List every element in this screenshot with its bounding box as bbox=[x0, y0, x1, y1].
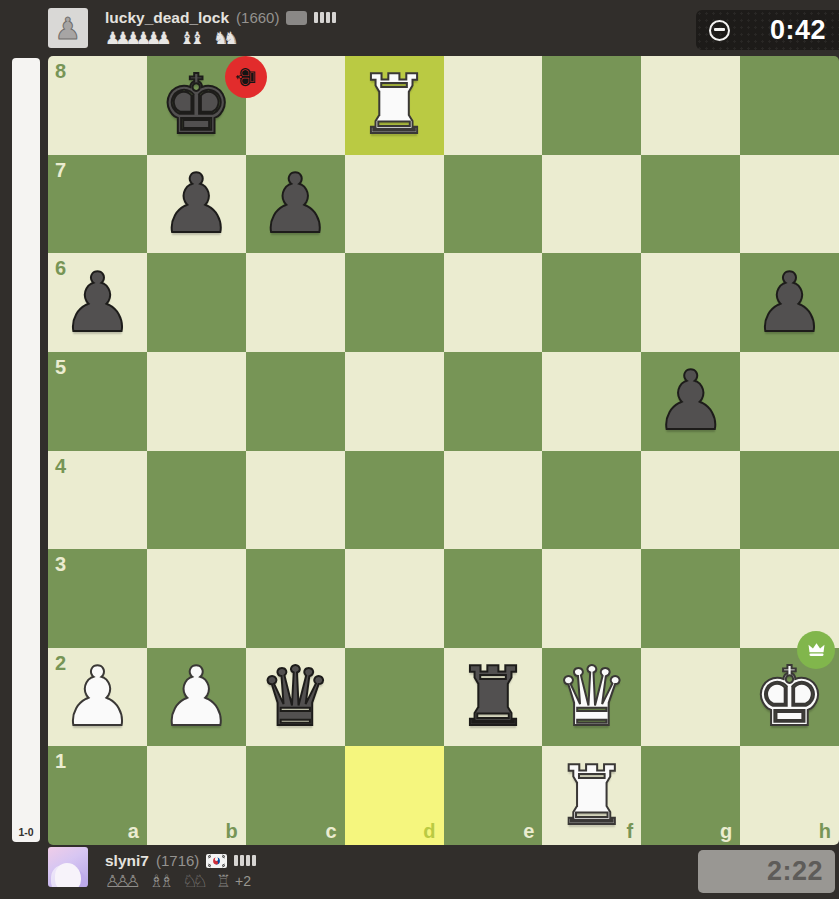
avatar-art bbox=[55, 863, 81, 887]
square-e3[interactable] bbox=[444, 549, 543, 648]
bottom-player-name[interactable]: slyni7 bbox=[105, 852, 149, 870]
square-d7[interactable] bbox=[345, 155, 444, 254]
square-d3[interactable] bbox=[345, 549, 444, 648]
square-e5[interactable] bbox=[444, 352, 543, 451]
file-label-c: c bbox=[326, 821, 337, 841]
square-b8[interactable]: ♚♚ bbox=[147, 56, 246, 155]
square-h8[interactable] bbox=[740, 56, 839, 155]
square-c1[interactable]: c bbox=[246, 746, 345, 845]
square-f2[interactable]: ♛ bbox=[542, 648, 641, 747]
chess-board: 8♚♚♜7♟♟6♟♟5♟432♟♟♛♜♛♚1abcdef♜gh bbox=[48, 56, 839, 845]
eval-score: 1-0 bbox=[12, 826, 40, 838]
square-e2[interactable]: ♜ bbox=[444, 648, 543, 747]
piece-black-rook-e2[interactable]: ♜ bbox=[444, 648, 543, 747]
square-a2[interactable]: 2♟ bbox=[48, 648, 147, 747]
top-player-info: lucky_dead_lock (1660) ♟♟♟♟♟♟ ♝♝ ♞♞ bbox=[105, 8, 336, 48]
captured-white-knights: ♞♞ bbox=[213, 30, 233, 47]
bottom-player-bar: slyni7 (1716) ♙♙♙ ♗♗ bbox=[0, 845, 839, 899]
top-captured-pieces: ♟♟♟♟♟♟ ♝♝ ♞♞ bbox=[105, 28, 336, 48]
captured-white-bishops: ♝♝ bbox=[179, 30, 199, 47]
square-f1[interactable]: f♜ bbox=[542, 746, 641, 845]
square-g4[interactable] bbox=[641, 451, 740, 550]
square-a5[interactable]: 5 bbox=[48, 352, 147, 451]
square-d5[interactable] bbox=[345, 352, 444, 451]
square-h5[interactable] bbox=[740, 352, 839, 451]
captured-black-pawns: ♙♙♙ bbox=[105, 873, 136, 890]
piece-black-pawn-h6[interactable]: ♟ bbox=[740, 253, 839, 352]
top-player-bar: ♟ lucky_dead_lock (1660) ♟♟♟♟♟♟ ♝♝ ♞♞ 0:… bbox=[0, 0, 839, 56]
rank-label-5: 5 bbox=[55, 357, 66, 377]
square-a7[interactable]: 7 bbox=[48, 155, 147, 254]
rank-label-8: 8 bbox=[55, 61, 66, 81]
bottom-player-avatar[interactable] bbox=[48, 847, 88, 887]
bottom-player-clock: 2:22 bbox=[698, 850, 835, 893]
square-c2[interactable]: ♛ bbox=[246, 648, 345, 747]
bottom-clock-time: 2:22 bbox=[767, 856, 823, 887]
piece-white-pawn-b2[interactable]: ♟ bbox=[147, 648, 246, 747]
square-a3[interactable]: 3 bbox=[48, 549, 147, 648]
square-b4[interactable] bbox=[147, 451, 246, 550]
square-g5[interactable]: ♟ bbox=[641, 352, 740, 451]
gray-flag-icon bbox=[286, 11, 307, 25]
top-clock-time: 0:42 bbox=[770, 15, 826, 46]
square-f4[interactable] bbox=[542, 451, 641, 550]
file-label-b: b bbox=[226, 821, 238, 841]
square-h2[interactable]: ♚ bbox=[740, 648, 839, 747]
square-e6[interactable] bbox=[444, 253, 543, 352]
square-b5[interactable] bbox=[147, 352, 246, 451]
square-h7[interactable] bbox=[740, 155, 839, 254]
winner-crown-badge-icon bbox=[797, 631, 835, 669]
square-c3[interactable] bbox=[246, 549, 345, 648]
piece-white-pawn-a2[interactable]: ♟ bbox=[48, 648, 147, 747]
square-c4[interactable] bbox=[246, 451, 345, 550]
file-label-a: a bbox=[128, 821, 139, 841]
checkmate-badge-icon: ♚ bbox=[225, 56, 267, 98]
piece-black-pawn-b7[interactable]: ♟ bbox=[147, 155, 246, 254]
pawn-avatar-icon: ♟ bbox=[55, 14, 82, 44]
square-h1[interactable]: h bbox=[740, 746, 839, 845]
rank-label-4: 4 bbox=[55, 456, 66, 476]
square-c6[interactable] bbox=[246, 253, 345, 352]
square-g8[interactable] bbox=[641, 56, 740, 155]
square-f5[interactable] bbox=[542, 352, 641, 451]
square-b6[interactable] bbox=[147, 253, 246, 352]
material-advantage: +2 bbox=[235, 873, 251, 889]
square-b3[interactable] bbox=[147, 549, 246, 648]
piece-white-rook-f1[interactable]: ♜ bbox=[542, 746, 641, 845]
square-b2[interactable]: ♟ bbox=[147, 648, 246, 747]
evaluation-bar: 1-0 bbox=[12, 58, 40, 842]
square-g7[interactable] bbox=[641, 155, 740, 254]
square-e7[interactable] bbox=[444, 155, 543, 254]
square-f3[interactable] bbox=[542, 549, 641, 648]
fallen-king-icon: ♚ bbox=[233, 65, 259, 88]
piece-black-queen-c2[interactable]: ♛ bbox=[246, 648, 345, 747]
top-player-clock: 0:42 bbox=[696, 10, 839, 50]
square-g6[interactable] bbox=[641, 253, 740, 352]
clock-paused-icon bbox=[709, 20, 730, 41]
captured-black-knights: ♘♘ bbox=[182, 873, 202, 890]
square-d2[interactable] bbox=[345, 648, 444, 747]
file-label-g: g bbox=[720, 821, 732, 841]
square-d4[interactable] bbox=[345, 451, 444, 550]
south-korea-flag-icon bbox=[206, 854, 227, 868]
square-f8[interactable] bbox=[542, 56, 641, 155]
signal-bars-icon bbox=[314, 12, 336, 23]
rank-label-1: 1 bbox=[55, 751, 66, 771]
square-d8[interactable]: ♜ bbox=[345, 56, 444, 155]
piece-white-rook-d8[interactable]: ♜ bbox=[345, 56, 444, 155]
square-a8[interactable]: 8 bbox=[48, 56, 147, 155]
square-e8[interactable] bbox=[444, 56, 543, 155]
file-label-d: d bbox=[423, 821, 435, 841]
square-b1[interactable]: b bbox=[147, 746, 246, 845]
square-d1[interactable]: d bbox=[345, 746, 444, 845]
top-player-rating: (1660) bbox=[236, 9, 279, 26]
top-player-name[interactable]: lucky_dead_lock bbox=[105, 9, 229, 27]
piece-white-queen-f2[interactable]: ♛ bbox=[542, 648, 641, 747]
file-label-h: h bbox=[819, 821, 831, 841]
piece-black-pawn-g5[interactable]: ♟ bbox=[641, 352, 740, 451]
file-label-e: e bbox=[523, 821, 534, 841]
rank-label-7: 7 bbox=[55, 160, 66, 180]
bottom-captured-pieces: ♙♙♙ ♗♗ ♘♘ ♖ +2 bbox=[105, 871, 256, 891]
square-f6[interactable] bbox=[542, 253, 641, 352]
square-h4[interactable] bbox=[740, 451, 839, 550]
square-c7[interactable]: ♟ bbox=[246, 155, 345, 254]
square-e1[interactable]: e bbox=[444, 746, 543, 845]
bottom-player-rating: (1716) bbox=[156, 852, 199, 869]
bottom-player-info: slyni7 (1716) ♙♙♙ ♗♗ bbox=[105, 851, 256, 891]
captured-black-rook: ♖ bbox=[216, 873, 226, 890]
square-g2[interactable] bbox=[641, 648, 740, 747]
piece-black-pawn-c7[interactable]: ♟ bbox=[246, 155, 345, 254]
square-b7[interactable]: ♟ bbox=[147, 155, 246, 254]
square-c5[interactable] bbox=[246, 352, 345, 451]
square-a4[interactable]: 4 bbox=[48, 451, 147, 550]
square-d6[interactable] bbox=[345, 253, 444, 352]
top-player-avatar[interactable]: ♟ bbox=[48, 8, 88, 48]
captured-black-bishops: ♗♗ bbox=[149, 873, 169, 890]
square-a6[interactable]: 6♟ bbox=[48, 253, 147, 352]
square-h6[interactable]: ♟ bbox=[740, 253, 839, 352]
square-f7[interactable] bbox=[542, 155, 641, 254]
signal-bars-icon bbox=[234, 855, 256, 866]
square-g3[interactable] bbox=[641, 549, 740, 648]
square-g1[interactable]: g bbox=[641, 746, 740, 845]
square-e4[interactable] bbox=[444, 451, 543, 550]
square-a1[interactable]: 1a bbox=[48, 746, 147, 845]
captured-white-pawns: ♟♟♟♟♟♟ bbox=[105, 30, 166, 47]
rank-label-3: 3 bbox=[55, 554, 66, 574]
piece-black-pawn-a6[interactable]: ♟ bbox=[48, 253, 147, 352]
